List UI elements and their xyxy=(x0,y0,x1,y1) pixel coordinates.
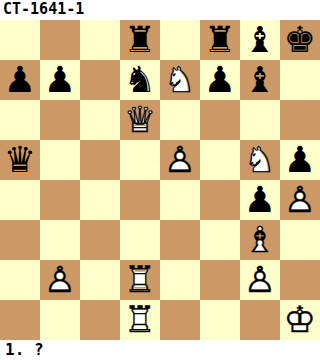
piece-black-pawn[interactable]: ♟ xyxy=(40,60,80,100)
square-c6[interactable] xyxy=(80,100,120,140)
piece-black-pawn[interactable]: ♟ xyxy=(0,60,40,100)
square-h2[interactable] xyxy=(280,260,320,300)
square-e8[interactable] xyxy=(160,20,200,60)
square-b7[interactable]: ♟ xyxy=(40,60,80,100)
square-a1[interactable] xyxy=(0,300,40,340)
piece-white-bishop[interactable]: ♗ xyxy=(240,220,280,260)
piece-white-king[interactable]: ♔ xyxy=(280,300,320,340)
square-f8[interactable]: ♜ xyxy=(200,20,240,60)
square-g1[interactable] xyxy=(240,300,280,340)
square-b8[interactable] xyxy=(40,20,80,60)
square-d2[interactable]: ♜♖ xyxy=(120,260,160,300)
square-d4[interactable] xyxy=(120,180,160,220)
square-h7[interactable] xyxy=(280,60,320,100)
square-b3[interactable] xyxy=(40,220,80,260)
square-d5[interactable] xyxy=(120,140,160,180)
piece-white-rook-fill: ♜ xyxy=(120,260,160,300)
square-e1[interactable] xyxy=(160,300,200,340)
square-c5[interactable] xyxy=(80,140,120,180)
piece-black-knight[interactable]: ♞ xyxy=(120,60,160,100)
square-e7[interactable]: ♞♘ xyxy=(160,60,200,100)
move-prompt: 1. ? xyxy=(0,340,320,360)
square-b2[interactable]: ♟♙ xyxy=(40,260,80,300)
piece-white-knight-fill: ♞ xyxy=(240,140,280,180)
piece-black-rook[interactable]: ♜ xyxy=(120,20,160,60)
square-c1[interactable] xyxy=(80,300,120,340)
piece-black-pawn[interactable]: ♟ xyxy=(240,180,280,220)
square-a2[interactable] xyxy=(0,260,40,300)
square-e6[interactable] xyxy=(160,100,200,140)
square-f5[interactable] xyxy=(200,140,240,180)
piece-black-pawn[interactable]: ♟ xyxy=(200,60,240,100)
piece-white-pawn[interactable]: ♙ xyxy=(40,260,80,300)
piece-white-pawn[interactable]: ♙ xyxy=(280,180,320,220)
piece-white-rook[interactable]: ♖ xyxy=(120,300,160,340)
square-a6[interactable] xyxy=(0,100,40,140)
piece-white-pawn[interactable]: ♙ xyxy=(240,260,280,300)
square-b5[interactable] xyxy=(40,140,80,180)
square-g5[interactable]: ♞♘ xyxy=(240,140,280,180)
square-d1[interactable]: ♜♖ xyxy=(120,300,160,340)
square-g6[interactable] xyxy=(240,100,280,140)
piece-white-bishop-fill: ♝ xyxy=(240,220,280,260)
square-e4[interactable] xyxy=(160,180,200,220)
square-h1[interactable]: ♚♔ xyxy=(280,300,320,340)
square-b1[interactable] xyxy=(40,300,80,340)
piece-black-pawn[interactable]: ♟ xyxy=(280,140,320,180)
square-h3[interactable] xyxy=(280,220,320,260)
square-a4[interactable] xyxy=(0,180,40,220)
piece-white-knight[interactable]: ♘ xyxy=(240,140,280,180)
square-f2[interactable] xyxy=(200,260,240,300)
square-c2[interactable] xyxy=(80,260,120,300)
piece-white-rook-fill: ♜ xyxy=(120,300,160,340)
piece-white-queen[interactable]: ♕ xyxy=(120,100,160,140)
square-d7[interactable]: ♞ xyxy=(120,60,160,100)
square-f3[interactable] xyxy=(200,220,240,260)
square-h8[interactable]: ♚ xyxy=(280,20,320,60)
square-h4[interactable]: ♟♙ xyxy=(280,180,320,220)
piece-white-pawn-fill: ♟ xyxy=(280,180,320,220)
square-f7[interactable]: ♟ xyxy=(200,60,240,100)
piece-white-king-fill: ♚ xyxy=(280,300,320,340)
square-a8[interactable] xyxy=(0,20,40,60)
square-c7[interactable] xyxy=(80,60,120,100)
square-g2[interactable]: ♟♙ xyxy=(240,260,280,300)
piece-black-rook[interactable]: ♜ xyxy=(200,20,240,60)
piece-white-queen-fill: ♛ xyxy=(120,100,160,140)
square-e5[interactable]: ♟♙ xyxy=(160,140,200,180)
square-b6[interactable] xyxy=(40,100,80,140)
square-g7[interactable]: ♝ xyxy=(240,60,280,100)
square-a5[interactable]: ♛ xyxy=(0,140,40,180)
square-e2[interactable] xyxy=(160,260,200,300)
piece-white-rook[interactable]: ♖ xyxy=(120,260,160,300)
square-g4[interactable]: ♟ xyxy=(240,180,280,220)
piece-white-pawn-fill: ♟ xyxy=(40,260,80,300)
chess-board: ♜♜♝♚♟♟♞♞♘♟♝♛♕♛♟♙♞♘♟♟♟♙♝♗♟♙♜♖♟♙♜♖♚♔ xyxy=(0,20,320,340)
square-h5[interactable]: ♟ xyxy=(280,140,320,180)
piece-black-queen[interactable]: ♛ xyxy=(0,140,40,180)
piece-white-pawn-fill: ♟ xyxy=(160,140,200,180)
square-c4[interactable] xyxy=(80,180,120,220)
square-f6[interactable] xyxy=(200,100,240,140)
square-b4[interactable] xyxy=(40,180,80,220)
piece-white-knight-fill: ♞ xyxy=(160,60,200,100)
chess-problem-screen: CT-1641-1 ♜♜♝♚♟♟♞♞♘♟♝♛♕♛♟♙♞♘♟♟♟♙♝♗♟♙♜♖♟♙… xyxy=(0,0,320,360)
square-f4[interactable] xyxy=(200,180,240,220)
square-h6[interactable] xyxy=(280,100,320,140)
square-e3[interactable] xyxy=(160,220,200,260)
square-a7[interactable]: ♟ xyxy=(0,60,40,100)
square-g3[interactable]: ♝♗ xyxy=(240,220,280,260)
piece-white-pawn-fill: ♟ xyxy=(240,260,280,300)
problem-id: CT-1641-1 xyxy=(0,0,320,20)
piece-black-bishop[interactable]: ♝ xyxy=(240,60,280,100)
square-c3[interactable] xyxy=(80,220,120,260)
square-d3[interactable] xyxy=(120,220,160,260)
square-f1[interactable] xyxy=(200,300,240,340)
square-g8[interactable]: ♝ xyxy=(240,20,280,60)
square-a3[interactable] xyxy=(0,220,40,260)
piece-black-king[interactable]: ♚ xyxy=(280,20,320,60)
piece-white-knight[interactable]: ♘ xyxy=(160,60,200,100)
piece-black-bishop[interactable]: ♝ xyxy=(240,20,280,60)
square-d6[interactable]: ♛♕ xyxy=(120,100,160,140)
piece-white-pawn[interactable]: ♙ xyxy=(160,140,200,180)
square-c8[interactable] xyxy=(80,20,120,60)
square-d8[interactable]: ♜ xyxy=(120,20,160,60)
